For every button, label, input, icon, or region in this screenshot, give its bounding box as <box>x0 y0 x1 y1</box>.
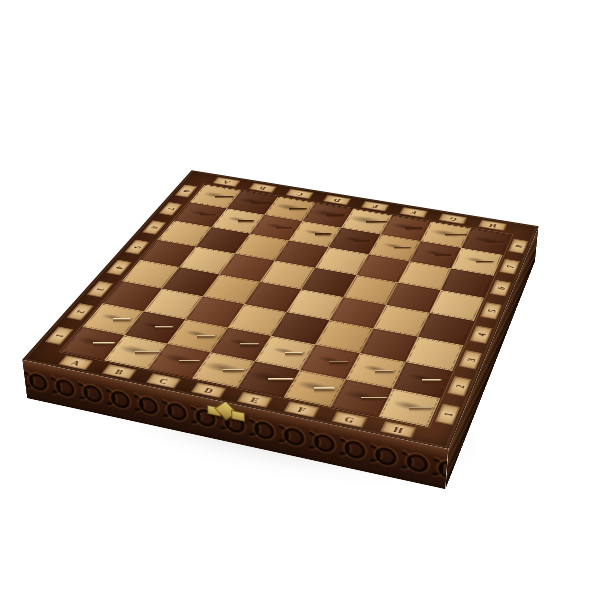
rank-label-left-6-text: 6 <box>149 226 159 230</box>
file-label-back-d-text: D <box>333 197 342 202</box>
file-label-back-f-text: F <box>410 210 418 215</box>
file-label-back-c-text: C <box>295 191 304 196</box>
file-label-back-e-text: E <box>371 204 379 209</box>
rank-label-left-7-text: 7 <box>166 207 176 210</box>
product-photo: AA11BB22CC33DD44EE55FF66GG77HH88 ♜♞♝♛♚♝♞… <box>0 0 600 600</box>
file-label-back-b-text: B <box>259 186 268 191</box>
file-label-back-a-text: A <box>222 180 231 185</box>
file-label-back-h-text: H <box>488 223 497 228</box>
rank-label-right-8-text: 8 <box>513 244 523 248</box>
scene: AA11BB22CC33DD44EE55FF66GG77HH88 ♜♞♝♛♚♝♞… <box>98 86 502 490</box>
chess-board: AA11BB22CC33DD44EE55FF66GG77HH88 ♜♞♝♛♚♝♞… <box>22 170 538 449</box>
file-label-back-g-text: G <box>448 216 457 221</box>
rank-label-left-5-text: 5 <box>132 245 143 249</box>
rank-label-right-7-text: 7 <box>505 265 516 269</box>
rank-label-left-8-text: 8 <box>181 189 191 192</box>
